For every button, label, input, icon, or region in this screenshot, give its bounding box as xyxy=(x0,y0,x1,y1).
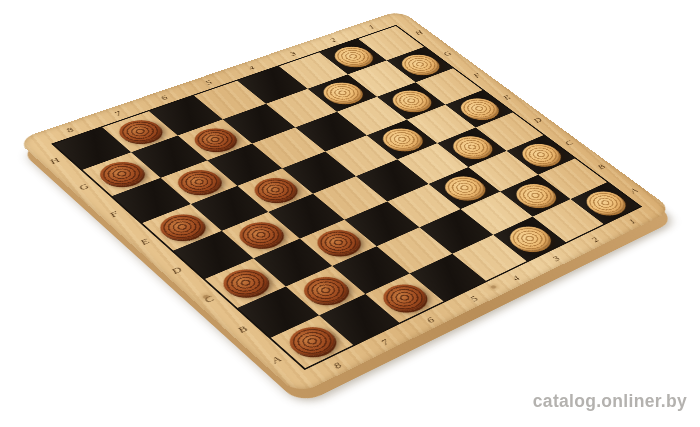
watermark: catalog.onliner.by xyxy=(533,391,687,412)
product-photo-scene: 87654321 87654321 HGFEDCBA HGFEDCBA cata… xyxy=(0,0,700,427)
playing-area xyxy=(51,25,642,370)
checkers-board: 87654321 87654321 HGFEDCBA HGFEDCBA xyxy=(16,10,673,395)
